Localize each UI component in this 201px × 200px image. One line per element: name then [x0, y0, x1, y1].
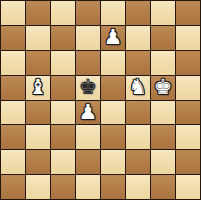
square-h8[interactable] — [176, 1, 200, 25]
square-a1[interactable] — [1, 175, 25, 199]
square-c2[interactable] — [51, 150, 75, 174]
square-b5[interactable]: ♝ — [26, 76, 50, 100]
square-d5[interactable]: ♚ — [76, 76, 100, 100]
square-a5[interactable] — [1, 76, 25, 100]
square-c4[interactable] — [51, 101, 75, 125]
square-b1[interactable] — [26, 175, 50, 199]
square-d8[interactable] — [76, 1, 100, 25]
chess-board: ♟♝♚♞♚♟ — [0, 0, 201, 200]
square-g8[interactable] — [151, 1, 175, 25]
square-d1[interactable] — [76, 175, 100, 199]
square-c3[interactable] — [51, 125, 75, 149]
square-d3[interactable] — [76, 125, 100, 149]
white-knight-f5[interactable]: ♞ — [129, 77, 148, 98]
square-e3[interactable] — [101, 125, 125, 149]
square-f5[interactable]: ♞ — [126, 76, 150, 100]
square-e8[interactable] — [101, 1, 125, 25]
square-f2[interactable] — [126, 150, 150, 174]
square-f4[interactable] — [126, 101, 150, 125]
square-e1[interactable] — [101, 175, 125, 199]
square-f8[interactable] — [126, 1, 150, 25]
square-h1[interactable] — [176, 175, 200, 199]
square-h4[interactable] — [176, 101, 200, 125]
square-a8[interactable] — [1, 1, 25, 25]
square-c8[interactable] — [51, 1, 75, 25]
square-a3[interactable] — [1, 125, 25, 149]
square-b8[interactable] — [26, 1, 50, 25]
square-d2[interactable] — [76, 150, 100, 174]
square-f6[interactable] — [126, 51, 150, 75]
square-g3[interactable] — [151, 125, 175, 149]
square-f7[interactable] — [126, 26, 150, 50]
square-e5[interactable] — [101, 76, 125, 100]
square-c1[interactable] — [51, 175, 75, 199]
square-b6[interactable] — [26, 51, 50, 75]
square-a2[interactable] — [1, 150, 25, 174]
white-king-g5[interactable]: ♚ — [154, 77, 173, 98]
square-b3[interactable] — [26, 125, 50, 149]
square-e2[interactable] — [101, 150, 125, 174]
square-f1[interactable] — [126, 175, 150, 199]
square-e6[interactable] — [101, 51, 125, 75]
square-a4[interactable] — [1, 101, 25, 125]
square-a7[interactable] — [1, 26, 25, 50]
white-pawn-d4[interactable]: ♟ — [79, 102, 98, 123]
square-c5[interactable] — [51, 76, 75, 100]
square-d6[interactable] — [76, 51, 100, 75]
square-h7[interactable] — [176, 26, 200, 50]
square-g7[interactable] — [151, 26, 175, 50]
square-h2[interactable] — [176, 150, 200, 174]
square-g1[interactable] — [151, 175, 175, 199]
square-g5[interactable]: ♚ — [151, 76, 175, 100]
square-a6[interactable] — [1, 51, 25, 75]
square-b4[interactable] — [26, 101, 50, 125]
white-pawn-e7[interactable]: ♟ — [104, 27, 123, 48]
square-f3[interactable] — [126, 125, 150, 149]
square-c6[interactable] — [51, 51, 75, 75]
square-g4[interactable] — [151, 101, 175, 125]
black-king-d5[interactable]: ♚ — [79, 77, 98, 98]
square-d4[interactable]: ♟ — [76, 101, 100, 125]
square-h3[interactable] — [176, 125, 200, 149]
square-d7[interactable] — [76, 26, 100, 50]
square-h6[interactable] — [176, 51, 200, 75]
square-e7[interactable]: ♟ — [101, 26, 125, 50]
square-b2[interactable] — [26, 150, 50, 174]
square-c7[interactable] — [51, 26, 75, 50]
white-bishop-b5[interactable]: ♝ — [29, 77, 48, 98]
square-h5[interactable] — [176, 76, 200, 100]
square-g6[interactable] — [151, 51, 175, 75]
square-b7[interactable] — [26, 26, 50, 50]
square-e4[interactable] — [101, 101, 125, 125]
square-g2[interactable] — [151, 150, 175, 174]
